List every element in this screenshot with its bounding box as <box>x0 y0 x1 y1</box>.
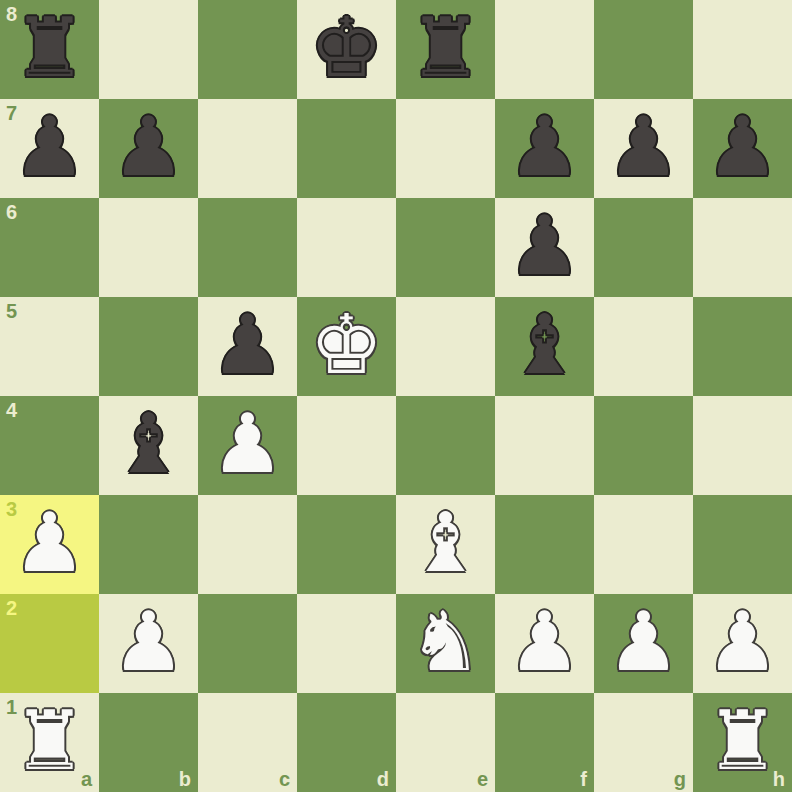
rank-label-5: 5 <box>6 300 17 322</box>
square-d2[interactable] <box>297 594 396 693</box>
square-b4[interactable]: ♝ <box>99 396 198 495</box>
piece-white-pawn[interactable]: ♟ <box>99 594 198 693</box>
square-a8[interactable]: 8♜ <box>0 0 99 99</box>
piece-white-pawn[interactable]: ♟ <box>0 495 99 594</box>
square-e8[interactable]: ♜ <box>396 0 495 99</box>
piece-white-knight[interactable]: ♞ <box>396 594 495 693</box>
square-f8[interactable] <box>495 0 594 99</box>
piece-white-rook[interactable]: ♜ <box>693 693 792 792</box>
piece-white-pawn[interactable]: ♟ <box>198 396 297 495</box>
file-label-g: g <box>674 768 686 790</box>
square-e6[interactable] <box>396 198 495 297</box>
square-g4[interactable] <box>594 396 693 495</box>
square-e4[interactable] <box>396 396 495 495</box>
square-c2[interactable] <box>198 594 297 693</box>
piece-black-pawn[interactable]: ♟ <box>594 99 693 198</box>
file-label-b: b <box>179 768 191 790</box>
square-g2[interactable]: ♟ <box>594 594 693 693</box>
square-g8[interactable] <box>594 0 693 99</box>
square-d6[interactable] <box>297 198 396 297</box>
chess-board: 8♜♚♜7♟♟♟♟♟6♟5♟♚♝4♝♟3♟♝2♟♞♟♟♟1a♜bcdefgh♜ <box>0 0 792 792</box>
piece-white-rook[interactable]: ♜ <box>0 693 99 792</box>
square-d8[interactable]: ♚ <box>297 0 396 99</box>
square-f1[interactable]: f <box>495 693 594 792</box>
square-e1[interactable]: e <box>396 693 495 792</box>
square-f6[interactable]: ♟ <box>495 198 594 297</box>
square-e7[interactable] <box>396 99 495 198</box>
square-b2[interactable]: ♟ <box>99 594 198 693</box>
square-d1[interactable]: d <box>297 693 396 792</box>
square-g5[interactable] <box>594 297 693 396</box>
square-b7[interactable]: ♟ <box>99 99 198 198</box>
piece-black-pawn[interactable]: ♟ <box>495 198 594 297</box>
square-e3[interactable]: ♝ <box>396 495 495 594</box>
square-a1[interactable]: 1a♜ <box>0 693 99 792</box>
square-a3[interactable]: 3♟ <box>0 495 99 594</box>
square-a4[interactable]: 4 <box>0 396 99 495</box>
rank-label-4: 4 <box>6 399 17 421</box>
file-label-e: e <box>477 768 488 790</box>
square-c6[interactable] <box>198 198 297 297</box>
square-h1[interactable]: h♜ <box>693 693 792 792</box>
file-label-d: d <box>377 768 389 790</box>
square-b5[interactable] <box>99 297 198 396</box>
square-g6[interactable] <box>594 198 693 297</box>
piece-white-pawn[interactable]: ♟ <box>693 594 792 693</box>
square-d7[interactable] <box>297 99 396 198</box>
square-f5[interactable]: ♝ <box>495 297 594 396</box>
file-label-f: f <box>580 768 587 790</box>
square-e2[interactable]: ♞ <box>396 594 495 693</box>
square-h6[interactable] <box>693 198 792 297</box>
square-h2[interactable]: ♟ <box>693 594 792 693</box>
square-h5[interactable] <box>693 297 792 396</box>
piece-white-pawn[interactable]: ♟ <box>594 594 693 693</box>
square-a6[interactable]: 6 <box>0 198 99 297</box>
square-c3[interactable] <box>198 495 297 594</box>
square-b8[interactable] <box>99 0 198 99</box>
square-c4[interactable]: ♟ <box>198 396 297 495</box>
square-c1[interactable]: c <box>198 693 297 792</box>
piece-black-pawn[interactable]: ♟ <box>99 99 198 198</box>
square-c8[interactable] <box>198 0 297 99</box>
square-f7[interactable]: ♟ <box>495 99 594 198</box>
square-b6[interactable] <box>99 198 198 297</box>
piece-black-rook[interactable]: ♜ <box>0 0 99 99</box>
square-c5[interactable]: ♟ <box>198 297 297 396</box>
square-h4[interactable] <box>693 396 792 495</box>
piece-black-pawn[interactable]: ♟ <box>693 99 792 198</box>
square-h8[interactable] <box>693 0 792 99</box>
square-d4[interactable] <box>297 396 396 495</box>
piece-black-pawn[interactable]: ♟ <box>495 99 594 198</box>
square-g3[interactable] <box>594 495 693 594</box>
square-b3[interactable] <box>99 495 198 594</box>
square-g1[interactable]: g <box>594 693 693 792</box>
square-d5[interactable]: ♚ <box>297 297 396 396</box>
file-label-c: c <box>279 768 290 790</box>
square-f2[interactable]: ♟ <box>495 594 594 693</box>
piece-white-pawn[interactable]: ♟ <box>495 594 594 693</box>
piece-white-king[interactable]: ♚ <box>297 297 396 396</box>
square-f4[interactable] <box>495 396 594 495</box>
square-a5[interactable]: 5 <box>0 297 99 396</box>
piece-white-bishop[interactable]: ♝ <box>396 495 495 594</box>
square-h7[interactable]: ♟ <box>693 99 792 198</box>
rank-label-2: 2 <box>6 597 17 619</box>
piece-black-rook[interactable]: ♜ <box>396 0 495 99</box>
piece-black-pawn[interactable]: ♟ <box>0 99 99 198</box>
square-c7[interactable] <box>198 99 297 198</box>
square-d3[interactable] <box>297 495 396 594</box>
square-e5[interactable] <box>396 297 495 396</box>
piece-black-bishop[interactable]: ♝ <box>99 396 198 495</box>
piece-black-bishop[interactable]: ♝ <box>495 297 594 396</box>
square-f3[interactable] <box>495 495 594 594</box>
square-b1[interactable]: b <box>99 693 198 792</box>
square-a7[interactable]: 7♟ <box>0 99 99 198</box>
piece-black-pawn[interactable]: ♟ <box>198 297 297 396</box>
square-g7[interactable]: ♟ <box>594 99 693 198</box>
square-a2[interactable]: 2 <box>0 594 99 693</box>
rank-label-6: 6 <box>6 201 17 223</box>
piece-black-king[interactable]: ♚ <box>297 0 396 99</box>
square-h3[interactable] <box>693 495 792 594</box>
